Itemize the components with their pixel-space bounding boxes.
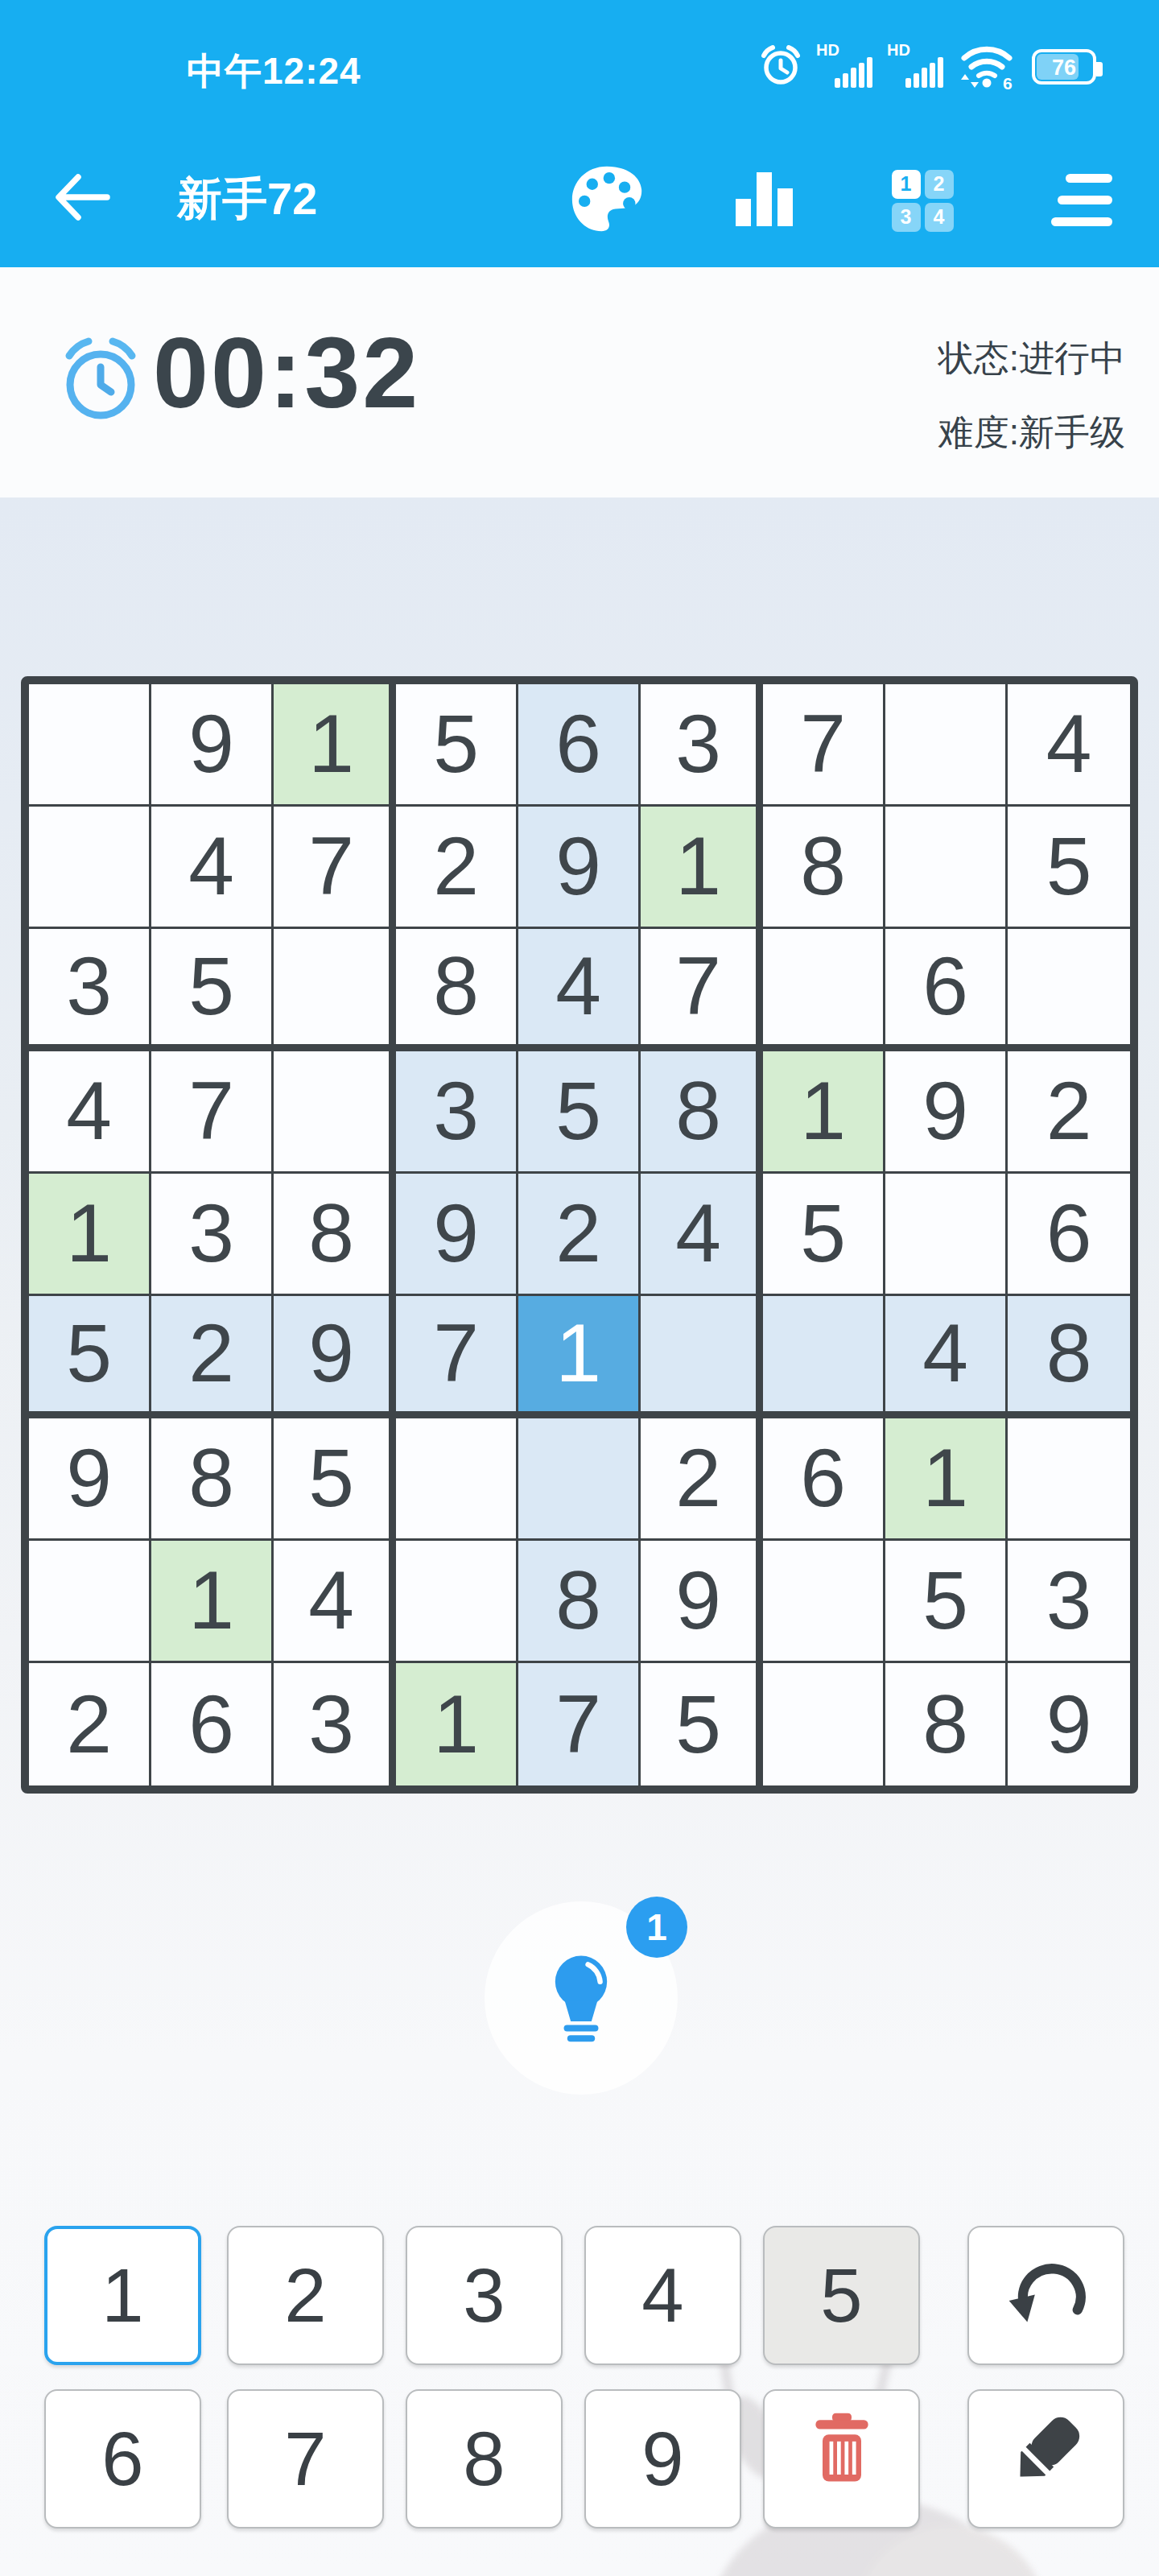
numpad-key-9[interactable]: 9 [584, 2389, 741, 2529]
cell-r3c9[interactable] [1008, 929, 1130, 1051]
cell-r8c3[interactable]: 4 [274, 1541, 396, 1663]
cell-r7c9[interactable] [1008, 1418, 1130, 1541]
numpad-key-5[interactable]: 5 [763, 2226, 920, 2365]
wifi-icon: 6 [958, 40, 1017, 93]
cell-r5c4[interactable]: 9 [396, 1174, 518, 1296]
cell-r3c5[interactable]: 4 [518, 929, 641, 1051]
menu-button[interactable] [1001, 134, 1159, 267]
trash-icon [807, 2412, 876, 2507]
cell-r5c6[interactable]: 4 [641, 1174, 763, 1296]
battery-icon: 76 [1032, 49, 1096, 85]
cell-r8c1[interactable] [29, 1541, 151, 1663]
cell-r7c6[interactable]: 2 [641, 1418, 763, 1541]
cell-r8c9[interactable]: 3 [1008, 1541, 1130, 1663]
numpad-key-4[interactable]: 4 [584, 2226, 741, 2365]
number-stats-button[interactable]: 1 2 3 4 [843, 134, 1001, 267]
cell-r7c5[interactable] [518, 1418, 641, 1541]
cell-r5c8[interactable] [885, 1174, 1008, 1296]
cell-r9c8[interactable]: 8 [885, 1663, 1008, 1785]
numpad-key-3[interactable]: 3 [406, 2226, 563, 2365]
cell-r6c9[interactable]: 8 [1008, 1296, 1130, 1418]
cell-r1c8[interactable] [885, 684, 1008, 807]
cell-r5c1[interactable]: 1 [29, 1174, 151, 1296]
cell-r9c2[interactable]: 6 [151, 1663, 274, 1785]
cell-r2c2[interactable]: 4 [151, 807, 274, 929]
sim2-signal-icon: HD [887, 44, 943, 89]
page-title: 新手72 [177, 134, 317, 267]
cell-r8c5[interactable]: 8 [518, 1541, 641, 1663]
cell-r6c7[interactable] [763, 1296, 885, 1418]
cell-r2c9[interactable]: 5 [1008, 807, 1130, 929]
numpad-key-7[interactable]: 7 [227, 2389, 384, 2529]
number-pad: 1 2 3 4 5 6 7 8 9 [0, 2226, 1159, 2548]
cell-r4c2[interactable]: 7 [151, 1051, 274, 1174]
cell-r6c2[interactable]: 2 [151, 1296, 274, 1418]
cell-r9c4[interactable]: 1 [396, 1663, 518, 1785]
cell-r9c5[interactable]: 7 [518, 1663, 641, 1785]
cell-r1c9[interactable]: 4 [1008, 684, 1130, 807]
cell-r3c8[interactable]: 6 [885, 929, 1008, 1051]
cell-r7c8[interactable]: 1 [885, 1418, 1008, 1541]
header: 中午12:24 HD HD [0, 0, 1159, 267]
timer-value: 00:32 [153, 316, 420, 430]
palette-icon [568, 162, 645, 239]
cell-r1c6[interactable]: 3 [641, 684, 763, 807]
numpad-key-8[interactable]: 8 [406, 2389, 563, 2529]
hamburger-menu-icon [1048, 172, 1112, 229]
cell-r1c1[interactable] [29, 684, 151, 807]
cell-r4c7[interactable]: 1 [763, 1051, 885, 1174]
cell-r2c3[interactable]: 7 [274, 807, 396, 929]
cell-r1c7[interactable]: 7 [763, 684, 885, 807]
sudoku-board: 9156374472918535847647358192138924565297… [21, 676, 1138, 1794]
cell-r6c4[interactable]: 7 [396, 1296, 518, 1418]
undo-arrow-icon [1004, 2247, 1088, 2345]
difficulty-text: 难度:新手级 [938, 409, 1125, 456]
pencil-icon [1006, 2410, 1087, 2508]
cell-r8c4[interactable] [396, 1541, 518, 1663]
cell-r8c8[interactable]: 5 [885, 1541, 1008, 1663]
cell-r1c2[interactable]: 9 [151, 684, 274, 807]
cell-r7c4[interactable] [396, 1418, 518, 1541]
cell-r9c3[interactable]: 3 [274, 1663, 396, 1785]
cell-r6c5[interactable]: 1 [518, 1296, 641, 1418]
cell-r5c2[interactable]: 3 [151, 1174, 274, 1296]
delete-button[interactable] [763, 2389, 920, 2529]
cell-r7c2[interactable]: 8 [151, 1418, 274, 1541]
cell-r5c9[interactable]: 6 [1008, 1174, 1130, 1296]
hint-count-badge: 1 [626, 1897, 687, 1958]
cell-r9c6[interactable]: 5 [641, 1663, 763, 1785]
cell-r7c1[interactable]: 9 [29, 1418, 151, 1541]
arrow-left-icon [54, 172, 112, 225]
cell-r5c3[interactable]: 8 [274, 1174, 396, 1296]
cell-r5c7[interactable]: 5 [763, 1174, 885, 1296]
cell-r2c1[interactable] [29, 807, 151, 929]
cell-r2c8[interactable] [885, 807, 1008, 929]
cell-r1c3[interactable]: 1 [274, 684, 396, 807]
cell-r9c7[interactable] [763, 1663, 885, 1785]
cell-r9c1[interactable]: 2 [29, 1663, 151, 1785]
cell-r7c3[interactable]: 5 [274, 1418, 396, 1541]
theme-palette-button[interactable] [528, 134, 686, 267]
cell-r3c4[interactable]: 8 [396, 929, 518, 1051]
sim1-signal-icon: HD [816, 44, 872, 89]
alarm-clock-icon [760, 43, 802, 91]
hint-button[interactable]: 1 [485, 1901, 678, 2095]
play-area: 9156374472918535847647358192138924565297… [0, 497, 1159, 2576]
cell-r9c9[interactable]: 9 [1008, 1663, 1130, 1785]
battery-percent: 76 [1035, 52, 1093, 81]
cell-r8c6[interactable]: 9 [641, 1541, 763, 1663]
cell-r1c5[interactable]: 6 [518, 684, 641, 807]
cell-r3c1[interactable]: 3 [29, 929, 151, 1051]
statistics-button[interactable] [686, 134, 843, 267]
svg-text:6: 6 [1003, 74, 1013, 90]
lightbulb-icon [537, 1949, 625, 2047]
cell-r3c7[interactable] [763, 929, 885, 1051]
cell-r8c2[interactable]: 1 [151, 1541, 274, 1663]
bar-chart-icon [734, 171, 795, 230]
cell-r4c6[interactable]: 8 [641, 1051, 763, 1174]
cell-r3c6[interactable]: 7 [641, 929, 763, 1051]
numpad-key-2[interactable]: 2 [227, 2226, 384, 2365]
numpad-key-1[interactable]: 1 [44, 2226, 201, 2365]
cell-r2c5[interactable]: 9 [518, 807, 641, 929]
cell-r1c4[interactable]: 5 [396, 684, 518, 807]
cell-r4c8[interactable]: 9 [885, 1051, 1008, 1174]
cell-r4c5[interactable]: 5 [518, 1051, 641, 1174]
cell-r6c3[interactable]: 9 [274, 1296, 396, 1418]
stopwatch-icon [56, 332, 145, 431]
cell-r5c5[interactable]: 2 [518, 1174, 641, 1296]
number-grid-icon: 1 2 3 4 [892, 170, 954, 232]
status-time: 中午12:24 [187, 0, 361, 134]
cell-r2c4[interactable]: 2 [396, 807, 518, 929]
app-bar: 新手72 [0, 134, 1159, 267]
cell-r8c7[interactable] [763, 1541, 885, 1663]
back-button[interactable] [47, 163, 119, 235]
cell-r4c1[interactable]: 4 [29, 1051, 151, 1174]
status-bar: 中午12:24 HD HD [0, 0, 1159, 134]
undo-button[interactable] [967, 2226, 1124, 2365]
cell-r4c9[interactable]: 2 [1008, 1051, 1130, 1174]
cell-r6c1[interactable]: 5 [29, 1296, 151, 1418]
status-icons: HD HD 6 76 [760, 0, 1096, 134]
pencil-mode-button[interactable] [967, 2389, 1124, 2529]
info-band: 00:32 状态:进行中 难度:新手级 [0, 267, 1159, 497]
game-status-text: 状态:进行中 [938, 335, 1125, 382]
numpad-key-6[interactable]: 6 [44, 2389, 201, 2529]
cell-r3c3[interactable] [274, 929, 396, 1051]
cell-r2c7[interactable]: 8 [763, 807, 885, 929]
cell-r4c3[interactable] [274, 1051, 396, 1174]
cell-r7c7[interactable]: 6 [763, 1418, 885, 1541]
cell-r3c2[interactable]: 5 [151, 929, 274, 1051]
cell-r2c6[interactable]: 1 [641, 807, 763, 929]
cell-r6c8[interactable]: 4 [885, 1296, 1008, 1418]
cell-r6c6[interactable] [641, 1296, 763, 1418]
cell-r4c4[interactable]: 3 [396, 1051, 518, 1174]
